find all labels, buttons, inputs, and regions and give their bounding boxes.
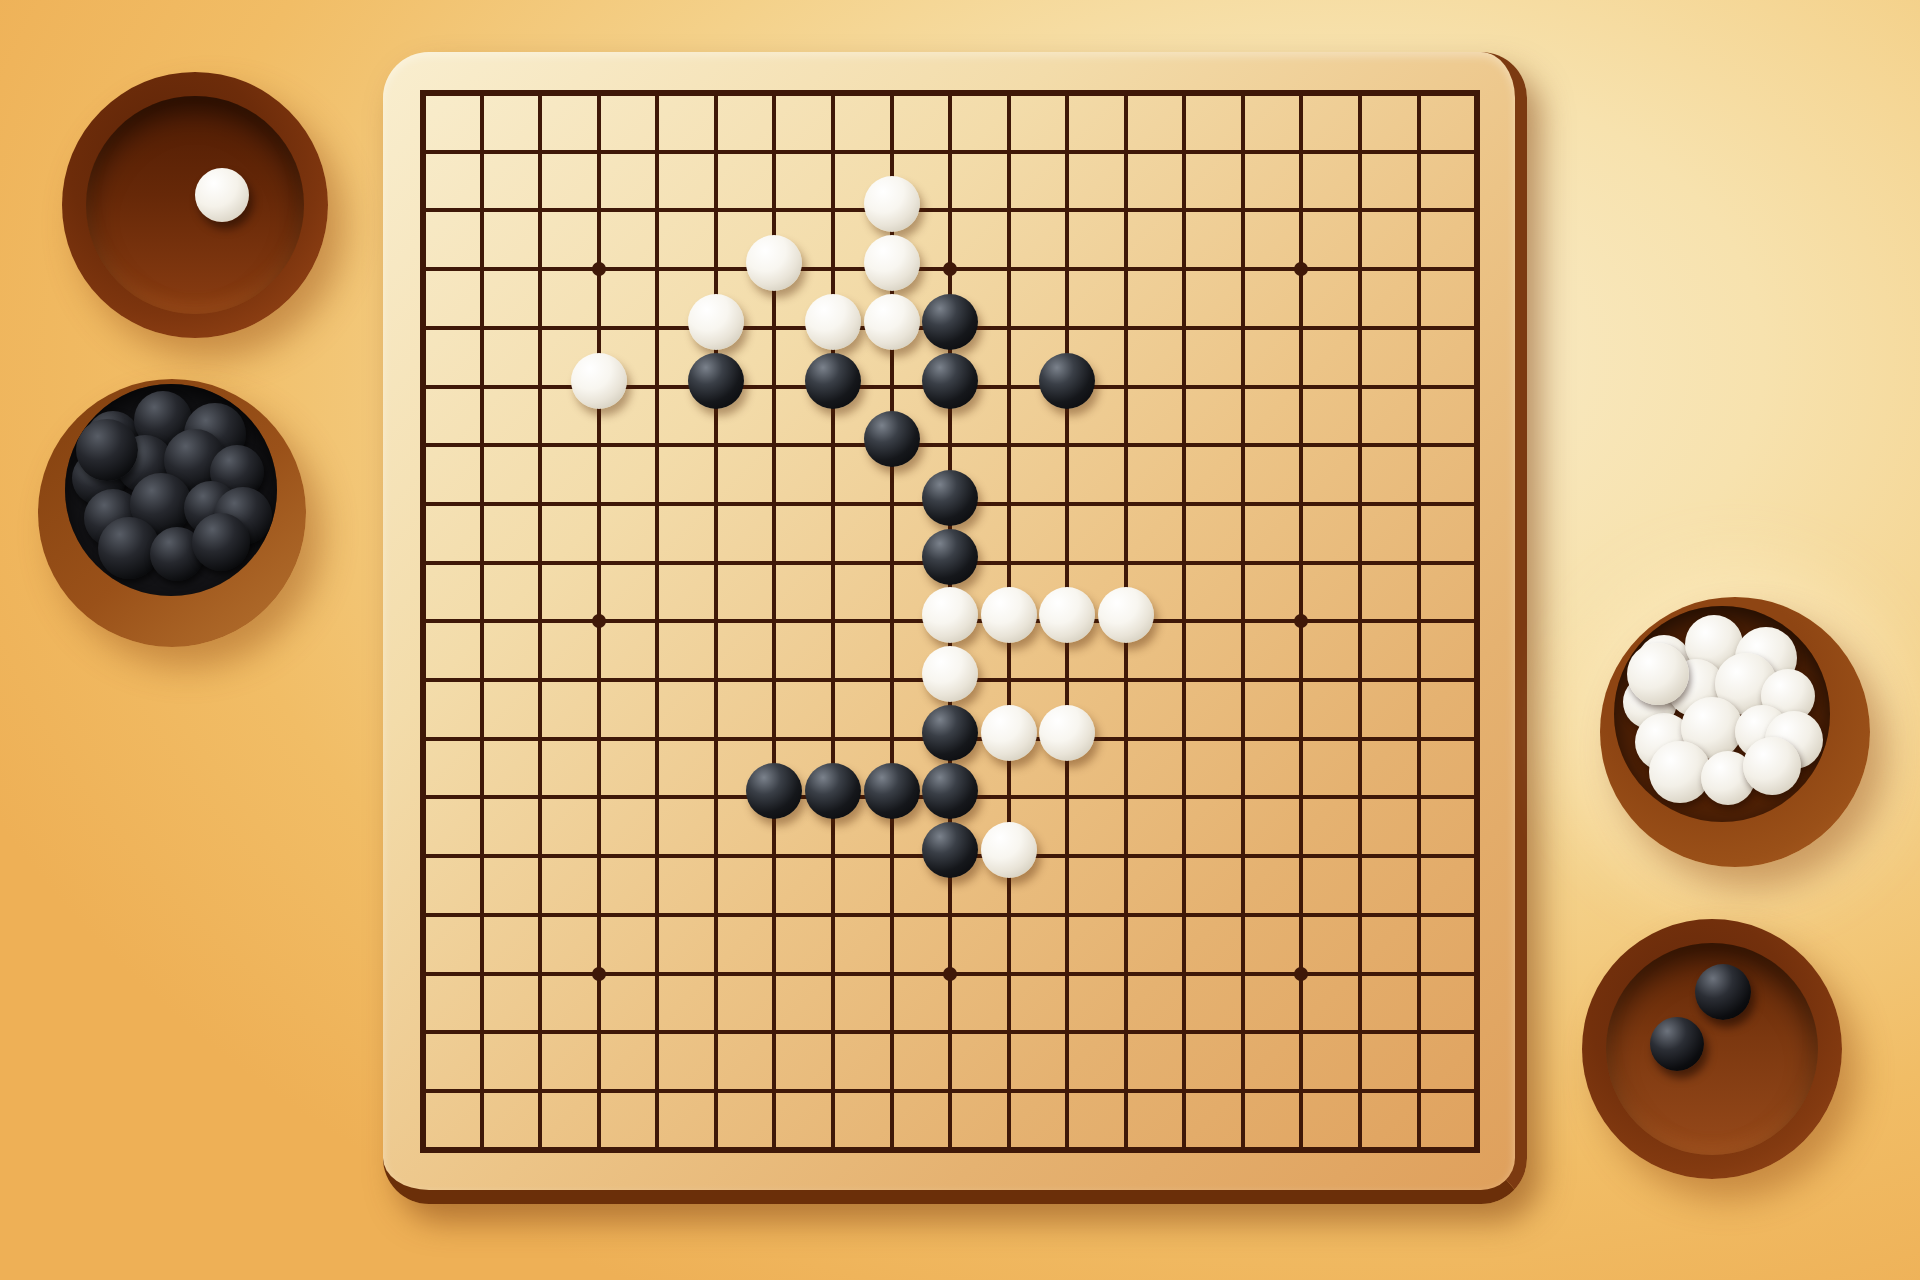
white-stone[interactable] bbox=[805, 294, 861, 350]
grid-line-horizontal bbox=[420, 1147, 1480, 1153]
white-stone[interactable] bbox=[864, 235, 920, 291]
bowl-opening bbox=[1614, 606, 1830, 822]
star-point bbox=[1294, 614, 1308, 628]
star-point bbox=[1294, 967, 1308, 981]
bowl-white-stones[interactable] bbox=[1600, 597, 1870, 867]
grid-line-horizontal bbox=[420, 913, 1480, 917]
black-stone[interactable] bbox=[922, 294, 978, 350]
white-stone[interactable] bbox=[864, 294, 920, 350]
bowl-opening bbox=[65, 384, 277, 596]
grid-line-vertical bbox=[1474, 90, 1480, 1153]
lid-bottom-right-black-capture[interactable] bbox=[1582, 919, 1842, 1179]
black-stone[interactable] bbox=[922, 705, 978, 761]
star-point bbox=[943, 262, 957, 276]
go-board[interactable] bbox=[383, 52, 1527, 1204]
grid-line-vertical bbox=[1417, 90, 1421, 1153]
white-stone[interactable] bbox=[922, 646, 978, 702]
black-stone[interactable] bbox=[1039, 353, 1095, 409]
black-stone[interactable] bbox=[864, 411, 920, 467]
white-stone[interactable] bbox=[1039, 587, 1095, 643]
white-stone-pile-item bbox=[1627, 643, 1689, 705]
grid-line-horizontal bbox=[420, 1030, 1480, 1034]
white-stone[interactable] bbox=[981, 822, 1037, 878]
bowl-black-stones[interactable] bbox=[38, 379, 306, 647]
black-stone[interactable] bbox=[922, 470, 978, 526]
white-stone[interactable] bbox=[922, 587, 978, 643]
white-stone[interactable] bbox=[1098, 587, 1154, 643]
black-stone[interactable] bbox=[1695, 964, 1751, 1020]
white-stone[interactable] bbox=[864, 176, 920, 232]
white-stone[interactable] bbox=[1039, 705, 1095, 761]
lid-top-left-white-capture[interactable] bbox=[62, 72, 328, 338]
black-stone[interactable] bbox=[805, 353, 861, 409]
star-point bbox=[592, 262, 606, 276]
black-stone[interactable] bbox=[922, 763, 978, 819]
black-stone-pile-item bbox=[76, 419, 138, 481]
black-stone[interactable] bbox=[922, 529, 978, 585]
star-point bbox=[1294, 262, 1308, 276]
grid-line-vertical bbox=[1241, 90, 1245, 1153]
lid-dish bbox=[86, 96, 304, 314]
white-stone-pile-item bbox=[1743, 737, 1801, 795]
white-stone[interactable] bbox=[746, 235, 802, 291]
star-point bbox=[592, 967, 606, 981]
white-stone[interactable] bbox=[688, 294, 744, 350]
black-stone-pile-item bbox=[192, 513, 250, 571]
black-stone[interactable] bbox=[922, 822, 978, 878]
black-stone[interactable] bbox=[688, 353, 744, 409]
black-stone[interactable] bbox=[864, 763, 920, 819]
black-stone[interactable] bbox=[922, 353, 978, 409]
go-scene bbox=[0, 0, 1920, 1280]
star-point bbox=[943, 967, 957, 981]
star-point bbox=[592, 614, 606, 628]
grid-line-vertical bbox=[1358, 90, 1362, 1153]
white-stone[interactable] bbox=[981, 705, 1037, 761]
grid-line-horizontal bbox=[420, 1089, 1480, 1093]
black-stone[interactable] bbox=[1650, 1017, 1704, 1071]
white-stone[interactable] bbox=[195, 168, 249, 222]
white-stone[interactable] bbox=[571, 353, 627, 409]
white-stone[interactable] bbox=[981, 587, 1037, 643]
black-stone[interactable] bbox=[805, 763, 861, 819]
black-stone[interactable] bbox=[746, 763, 802, 819]
grid-line-vertical bbox=[1182, 90, 1186, 1153]
